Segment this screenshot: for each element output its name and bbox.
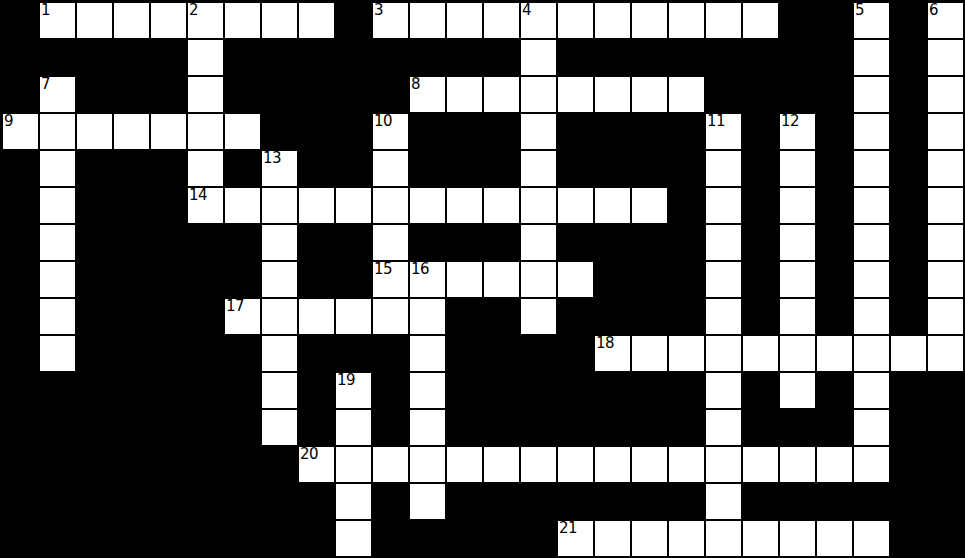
cell-14-21[interactable]: [779, 520, 816, 557]
black-cell: [372, 39, 409, 76]
cell-2-5[interactable]: [187, 76, 224, 113]
black-cell: [557, 298, 594, 335]
black-cell: [446, 409, 483, 446]
black-cell: [150, 76, 187, 113]
black-cell: [113, 372, 150, 409]
cell-3-19[interactable]: 11: [705, 113, 742, 150]
cell-12-18[interactable]: [668, 446, 705, 483]
black-cell: [668, 409, 705, 446]
black-cell: [113, 39, 150, 76]
cell-8-8[interactable]: [298, 298, 335, 335]
black-cell: [335, 335, 372, 372]
black-cell: [409, 39, 446, 76]
cell-0-23[interactable]: 5: [853, 2, 890, 39]
black-cell: [779, 39, 816, 76]
black-cell: [668, 483, 705, 520]
cell-0-25[interactable]: 6: [927, 2, 964, 39]
black-cell: [816, 224, 853, 261]
black-cell: [76, 520, 113, 557]
black-cell: [890, 446, 927, 483]
cell-0-19[interactable]: [705, 2, 742, 39]
black-cell: [779, 2, 816, 39]
black-cell: [631, 483, 668, 520]
cell-4-25[interactable]: [927, 150, 964, 187]
cell-12-16[interactable]: [594, 446, 631, 483]
black-cell: [224, 483, 261, 520]
cell-6-1[interactable]: [39, 224, 76, 261]
black-cell: [446, 298, 483, 335]
cell-0-5[interactable]: 2: [187, 2, 224, 39]
cell-2-15[interactable]: [557, 76, 594, 113]
cell-12-11[interactable]: [409, 446, 446, 483]
cell-14-23[interactable]: [853, 520, 890, 557]
black-cell: [742, 224, 779, 261]
black-cell: [76, 483, 113, 520]
cell-11-9[interactable]: [335, 409, 372, 446]
cell-5-10[interactable]: [372, 187, 409, 224]
cell-4-1[interactable]: [39, 150, 76, 187]
cell-4-14[interactable]: [520, 150, 557, 187]
black-cell: [742, 298, 779, 335]
black-cell: [668, 187, 705, 224]
cell-11-7[interactable]: [261, 409, 298, 446]
black-cell: [298, 113, 335, 150]
cell-5-11[interactable]: [409, 187, 446, 224]
black-cell: [668, 261, 705, 298]
black-cell: [150, 409, 187, 446]
cell-9-7[interactable]: [261, 335, 298, 372]
cell-12-17[interactable]: [631, 446, 668, 483]
cell-0-14[interactable]: 4: [520, 2, 557, 39]
cell-1-5[interactable]: [187, 39, 224, 76]
black-cell: [150, 150, 187, 187]
black-cell: [890, 187, 927, 224]
black-cell: [335, 76, 372, 113]
cell-10-7[interactable]: [261, 372, 298, 409]
cell-3-3[interactable]: [113, 113, 150, 150]
cell-0-16[interactable]: [594, 2, 631, 39]
cell-10-9[interactable]: 19: [335, 372, 372, 409]
cell-8-25[interactable]: [927, 298, 964, 335]
cell-14-16[interactable]: [594, 520, 631, 557]
cell-5-12[interactable]: [446, 187, 483, 224]
black-cell: [39, 39, 76, 76]
cell-14-15[interactable]: 21: [557, 520, 594, 557]
black-cell: [631, 372, 668, 409]
cell-14-9[interactable]: [335, 520, 372, 557]
cell-3-6[interactable]: [224, 113, 261, 150]
cell-7-13[interactable]: [483, 261, 520, 298]
cell-1-23[interactable]: [853, 39, 890, 76]
cell-7-1[interactable]: [39, 261, 76, 298]
cell-3-0[interactable]: 9: [2, 113, 39, 150]
black-cell: [409, 520, 446, 557]
cell-0-20[interactable]: [742, 2, 779, 39]
cell-0-7[interactable]: [261, 2, 298, 39]
black-cell: [39, 409, 76, 446]
cell-0-3[interactable]: [113, 2, 150, 39]
cell-5-25[interactable]: [927, 187, 964, 224]
black-cell: [2, 2, 39, 39]
cell-12-19[interactable]: [705, 446, 742, 483]
black-cell: [372, 483, 409, 520]
cell-0-18[interactable]: [668, 2, 705, 39]
cell-8-1[interactable]: [39, 298, 76, 335]
cell-3-21[interactable]: 12: [779, 113, 816, 150]
black-cell: [742, 76, 779, 113]
cell-4-5[interactable]: [187, 150, 224, 187]
clue-number: 14: [189, 187, 207, 204]
black-cell: [594, 409, 631, 446]
black-cell: [557, 150, 594, 187]
black-cell: [409, 224, 446, 261]
black-cell: [594, 150, 631, 187]
cell-8-14[interactable]: [520, 298, 557, 335]
black-cell: [2, 76, 39, 113]
black-cell: [557, 409, 594, 446]
black-cell: [742, 39, 779, 76]
black-cell: [594, 39, 631, 76]
cell-8-11[interactable]: [409, 298, 446, 335]
clue-number: 8: [411, 76, 420, 93]
black-cell: [261, 113, 298, 150]
black-cell: [224, 76, 261, 113]
cell-8-9[interactable]: [335, 298, 372, 335]
clue-number: 2: [189, 2, 198, 19]
cell-11-19[interactable]: [705, 409, 742, 446]
cell-1-14[interactable]: [520, 39, 557, 76]
cell-8-21[interactable]: [779, 298, 816, 335]
black-cell: [224, 372, 261, 409]
cell-5-21[interactable]: [779, 187, 816, 224]
cell-12-12[interactable]: [446, 446, 483, 483]
cell-5-14[interactable]: [520, 187, 557, 224]
cell-3-23[interactable]: [853, 113, 890, 150]
cell-14-17[interactable]: [631, 520, 668, 557]
black-cell: [298, 409, 335, 446]
cell-7-25[interactable]: [927, 261, 964, 298]
black-cell: [890, 372, 927, 409]
black-cell: [668, 298, 705, 335]
cell-12-13[interactable]: [483, 446, 520, 483]
cell-5-15[interactable]: [557, 187, 594, 224]
cell-0-6[interactable]: [224, 2, 261, 39]
cell-2-12[interactable]: [446, 76, 483, 113]
cell-8-6[interactable]: 17: [224, 298, 261, 335]
black-cell: [446, 520, 483, 557]
cell-14-22[interactable]: [816, 520, 853, 557]
black-cell: [150, 446, 187, 483]
cell-1-25[interactable]: [927, 39, 964, 76]
black-cell: [187, 335, 224, 372]
black-cell: [557, 39, 594, 76]
cell-14-18[interactable]: [668, 520, 705, 557]
black-cell: [113, 261, 150, 298]
cell-5-7[interactable]: [261, 187, 298, 224]
black-cell: [224, 409, 261, 446]
cell-6-7[interactable]: [261, 224, 298, 261]
black-cell: [594, 483, 631, 520]
black-cell: [520, 520, 557, 557]
black-cell: [483, 39, 520, 76]
cell-10-23[interactable]: [853, 372, 890, 409]
black-cell: [816, 187, 853, 224]
black-cell: [39, 372, 76, 409]
black-cell: [298, 483, 335, 520]
black-cell: [557, 483, 594, 520]
cell-9-19[interactable]: [705, 335, 742, 372]
black-cell: [816, 483, 853, 520]
cell-5-5[interactable]: 14: [187, 187, 224, 224]
black-cell: [816, 298, 853, 335]
black-cell: [927, 372, 964, 409]
cell-6-14[interactable]: [520, 224, 557, 261]
cell-9-24[interactable]: [890, 335, 927, 372]
cell-0-8[interactable]: [298, 2, 335, 39]
cell-2-11[interactable]: 8: [409, 76, 446, 113]
cell-3-1[interactable]: [39, 113, 76, 150]
cell-7-14[interactable]: [520, 261, 557, 298]
cell-7-12[interactable]: [446, 261, 483, 298]
black-cell: [668, 39, 705, 76]
black-cell: [150, 520, 187, 557]
black-cell: [261, 76, 298, 113]
cell-12-10[interactable]: [372, 446, 409, 483]
black-cell: [2, 224, 39, 261]
cell-9-11[interactable]: [409, 335, 446, 372]
cell-14-19[interactable]: [705, 520, 742, 557]
clue-number: 7: [41, 76, 50, 93]
cell-12-9[interactable]: [335, 446, 372, 483]
black-cell: [890, 520, 927, 557]
black-cell: [890, 76, 927, 113]
cell-3-14[interactable]: [520, 113, 557, 150]
cell-9-17[interactable]: [631, 335, 668, 372]
cell-4-23[interactable]: [853, 150, 890, 187]
cell-14-20[interactable]: [742, 520, 779, 557]
cell-9-25[interactable]: [927, 335, 964, 372]
crossword-grid: 123456789101112131415161718192021: [2, 2, 964, 557]
cell-3-25[interactable]: [927, 113, 964, 150]
cell-0-15[interactable]: [557, 2, 594, 39]
black-cell: [483, 150, 520, 187]
cell-9-18[interactable]: [668, 335, 705, 372]
clue-number: 5: [855, 2, 864, 19]
cell-13-19[interactable]: [705, 483, 742, 520]
black-cell: [816, 261, 853, 298]
cell-7-23[interactable]: [853, 261, 890, 298]
black-cell: [705, 39, 742, 76]
cell-4-10[interactable]: [372, 150, 409, 187]
clue-number: 17: [226, 298, 244, 315]
cell-5-9[interactable]: [335, 187, 372, 224]
clue-number: 6: [929, 2, 938, 19]
cell-12-20[interactable]: [742, 446, 779, 483]
cell-12-21[interactable]: [779, 446, 816, 483]
cell-9-22[interactable]: [816, 335, 853, 372]
black-cell: [2, 150, 39, 187]
cell-2-1[interactable]: 7: [39, 76, 76, 113]
cell-0-13[interactable]: [483, 2, 520, 39]
black-cell: [298, 150, 335, 187]
cell-5-1[interactable]: [39, 187, 76, 224]
cell-4-19[interactable]: [705, 150, 742, 187]
cell-12-15[interactable]: [557, 446, 594, 483]
cell-9-16[interactable]: 18: [594, 335, 631, 372]
cell-6-10[interactable]: [372, 224, 409, 261]
cell-0-1[interactable]: 1: [39, 2, 76, 39]
cell-0-4[interactable]: [150, 2, 187, 39]
cell-7-10[interactable]: 15: [372, 261, 409, 298]
cell-3-2[interactable]: [76, 113, 113, 150]
cell-4-7[interactable]: 13: [261, 150, 298, 187]
black-cell: [816, 372, 853, 409]
black-cell: [520, 335, 557, 372]
black-cell: [224, 335, 261, 372]
black-cell: [779, 483, 816, 520]
cell-10-19[interactable]: [705, 372, 742, 409]
cell-6-19[interactable]: [705, 224, 742, 261]
cell-7-15[interactable]: [557, 261, 594, 298]
black-cell: [2, 298, 39, 335]
black-cell: [335, 39, 372, 76]
cell-5-8[interactable]: [298, 187, 335, 224]
cell-4-21[interactable]: [779, 150, 816, 187]
black-cell: [224, 224, 261, 261]
cell-2-13[interactable]: [483, 76, 520, 113]
black-cell: [76, 372, 113, 409]
cell-0-2[interactable]: [76, 2, 113, 39]
black-cell: [631, 298, 668, 335]
black-cell: [927, 409, 964, 446]
black-cell: [372, 372, 409, 409]
black-cell: [76, 335, 113, 372]
black-cell: [113, 224, 150, 261]
clue-number: 15: [374, 261, 392, 278]
cell-13-11[interactable]: [409, 483, 446, 520]
cell-2-23[interactable]: [853, 76, 890, 113]
black-cell: [298, 372, 335, 409]
cell-8-10[interactable]: [372, 298, 409, 335]
clue-number: 12: [781, 113, 799, 130]
cell-0-12[interactable]: [446, 2, 483, 39]
clue-number: 1: [41, 2, 50, 19]
cell-2-16[interactable]: [594, 76, 631, 113]
black-cell: [150, 187, 187, 224]
cell-5-23[interactable]: [853, 187, 890, 224]
cell-6-21[interactable]: [779, 224, 816, 261]
cell-5-16[interactable]: [594, 187, 631, 224]
black-cell: [446, 224, 483, 261]
black-cell: [113, 335, 150, 372]
clue-number: 13: [263, 150, 281, 167]
black-cell: [224, 39, 261, 76]
black-cell: [520, 372, 557, 409]
cell-11-11[interactable]: [409, 409, 446, 446]
black-cell: [816, 113, 853, 150]
cell-8-19[interactable]: [705, 298, 742, 335]
cell-9-20[interactable]: [742, 335, 779, 372]
cell-5-13[interactable]: [483, 187, 520, 224]
clue-number: 18: [596, 335, 614, 352]
black-cell: [742, 483, 779, 520]
cell-7-7[interactable]: [261, 261, 298, 298]
cell-3-4[interactable]: [150, 113, 187, 150]
cell-8-23[interactable]: [853, 298, 890, 335]
cell-8-7[interactable]: [261, 298, 298, 335]
black-cell: [668, 372, 705, 409]
cell-2-25[interactable]: [927, 76, 964, 113]
black-cell: [483, 298, 520, 335]
black-cell: [187, 409, 224, 446]
black-cell: [446, 372, 483, 409]
cell-6-25[interactable]: [927, 224, 964, 261]
black-cell: [335, 113, 372, 150]
black-cell: [187, 224, 224, 261]
black-cell: [631, 39, 668, 76]
black-cell: [816, 39, 853, 76]
cell-9-21[interactable]: [779, 335, 816, 372]
cell-12-14[interactable]: [520, 446, 557, 483]
clue-number: 3: [374, 2, 383, 19]
cell-10-21[interactable]: [779, 372, 816, 409]
cell-5-17[interactable]: [631, 187, 668, 224]
black-cell: [335, 261, 372, 298]
black-cell: [483, 483, 520, 520]
black-cell: [742, 187, 779, 224]
clue-number: 21: [559, 520, 577, 537]
black-cell: [594, 298, 631, 335]
black-cell: [668, 113, 705, 150]
cell-13-9[interactable]: [335, 483, 372, 520]
cell-11-23[interactable]: [853, 409, 890, 446]
black-cell: [224, 150, 261, 187]
cell-2-18[interactable]: [668, 76, 705, 113]
cell-12-8[interactable]: 20: [298, 446, 335, 483]
cell-12-22[interactable]: [816, 446, 853, 483]
cell-7-11[interactable]: 16: [409, 261, 446, 298]
cell-10-11[interactable]: [409, 372, 446, 409]
black-cell: [927, 483, 964, 520]
cell-0-10[interactable]: 3: [372, 2, 409, 39]
cell-7-21[interactable]: [779, 261, 816, 298]
cell-7-19[interactable]: [705, 261, 742, 298]
cell-5-6[interactable]: [224, 187, 261, 224]
cell-6-23[interactable]: [853, 224, 890, 261]
cell-3-5[interactable]: [187, 113, 224, 150]
black-cell: [409, 150, 446, 187]
black-cell: [187, 372, 224, 409]
cell-3-10[interactable]: 10: [372, 113, 409, 150]
black-cell: [261, 446, 298, 483]
black-cell: [890, 409, 927, 446]
black-cell: [446, 335, 483, 372]
cell-0-11[interactable]: [409, 2, 446, 39]
black-cell: [483, 224, 520, 261]
cell-12-23[interactable]: [853, 446, 890, 483]
cell-9-23[interactable]: [853, 335, 890, 372]
cell-2-17[interactable]: [631, 76, 668, 113]
clue-number: 9: [4, 113, 13, 130]
cell-2-14[interactable]: [520, 76, 557, 113]
cell-9-1[interactable]: [39, 335, 76, 372]
black-cell: [76, 39, 113, 76]
cell-0-17[interactable]: [631, 2, 668, 39]
black-cell: [261, 483, 298, 520]
clue-number: 11: [707, 113, 725, 130]
cell-5-19[interactable]: [705, 187, 742, 224]
black-cell: [2, 372, 39, 409]
